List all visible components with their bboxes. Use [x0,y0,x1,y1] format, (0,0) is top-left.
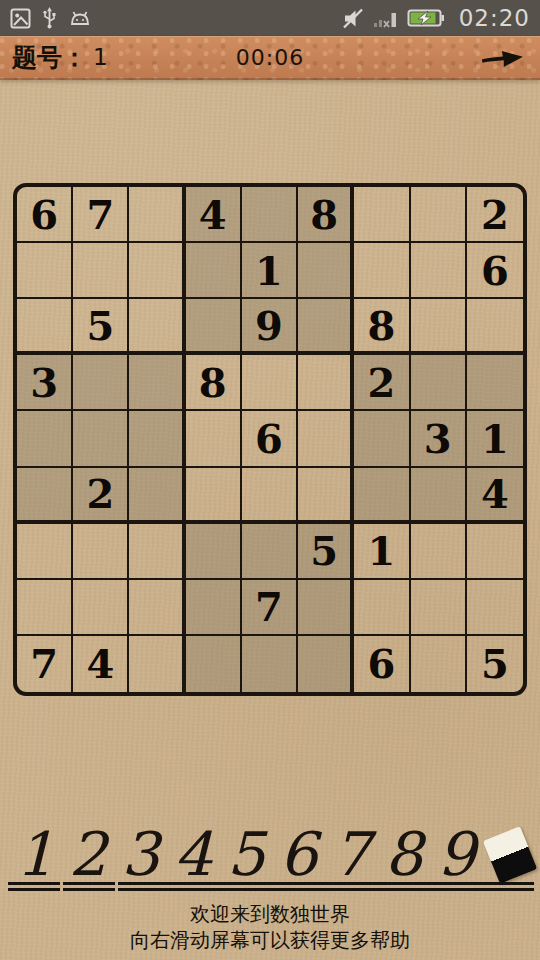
sudoku-cell-r6c3[interactable] [129,468,185,524]
sudoku-cell-r9c6[interactable] [298,636,354,692]
sudoku-cell-r8c2[interactable] [73,580,129,636]
puzzle-number-value: 1 [93,44,108,70]
sudoku-cell-r2c3[interactable] [129,243,185,299]
sudoku-cell-r1c1[interactable]: 6 [17,187,73,243]
sudoku-cell-r9c7[interactable]: 6 [354,636,410,692]
status-clock: 02:20 [459,5,530,31]
keypad-underline [8,882,534,891]
digit-key-4[interactable]: 4 [174,827,212,882]
sudoku-cell-r4c8[interactable] [411,355,467,411]
sudoku-cell-r1c7[interactable] [354,187,410,243]
sudoku-cell-r1c8[interactable] [411,187,467,243]
sudoku-cell-r9c8[interactable] [411,636,467,692]
eraser-icon[interactable] [483,826,537,884]
sudoku-cell-r3c1[interactable] [17,299,73,355]
sudoku-cell-r3c4[interactable] [186,299,242,355]
sudoku-cell-r1c5[interactable] [242,187,298,243]
title-bar: 题号： 1 00:06 [0,36,540,80]
sudoku-cell-r1c2[interactable]: 7 [73,187,129,243]
sudoku-cell-r7c8[interactable] [411,524,467,580]
mute-icon [342,8,365,29]
sudoku-cell-r7c1[interactable] [17,524,73,580]
sudoku-cell-r7c3[interactable] [129,524,185,580]
sudoku-cell-r9c1[interactable]: 7 [17,636,73,692]
sudoku-cell-r6c5[interactable] [242,468,298,524]
sudoku-cell-r3c3[interactable] [129,299,185,355]
usb-icon [43,7,56,29]
sudoku-app-screen: 02:20 题号： 1 00:06 6748216598382631245177… [0,0,540,960]
digit-key-2[interactable]: 2 [69,827,107,882]
sudoku-cell-r5c4[interactable] [186,411,242,467]
no-signal-icon [373,8,399,29]
sudoku-cell-r2c7[interactable] [354,243,410,299]
sudoku-cell-r5c2[interactable] [73,411,129,467]
sudoku-cell-r7c7[interactable]: 1 [354,524,410,580]
help-text: 欢迎来到数独世界 向右滑动屏幕可以获得更多帮助 [0,901,540,953]
sudoku-cell-r3c6[interactable] [298,299,354,355]
sudoku-cell-r9c5[interactable] [242,636,298,692]
sudoku-cell-r7c9[interactable] [467,524,523,580]
digit-key-9[interactable]: 9 [437,827,475,882]
digit-key-5[interactable]: 5 [227,827,265,882]
sudoku-cell-r5c8[interactable]: 3 [411,411,467,467]
sudoku-cell-r6c7[interactable] [354,468,410,524]
sudoku-cell-r2c2[interactable] [73,243,129,299]
sudoku-cell-r7c2[interactable] [73,524,129,580]
sudoku-cell-r5c1[interactable] [17,411,73,467]
screenshot-icon [10,8,31,29]
android-status-bar: 02:20 [0,0,540,36]
sudoku-cell-r2c5[interactable]: 1 [242,243,298,299]
sudoku-cell-r8c3[interactable] [129,580,185,636]
sudoku-cell-r5c7[interactable] [354,411,410,467]
sudoku-cell-r6c1[interactable] [17,468,73,524]
next-arrow-icon[interactable] [478,45,526,71]
sudoku-cell-r8c1[interactable] [17,580,73,636]
sudoku-cell-r3c7[interactable]: 8 [354,299,410,355]
sudoku-cell-r3c2[interactable]: 5 [73,299,129,355]
sudoku-cell-r4c6[interactable] [298,355,354,411]
digit-key-6[interactable]: 6 [279,827,317,882]
sudoku-cell-r4c3[interactable] [129,355,185,411]
sudoku-cell-r8c5[interactable]: 7 [242,580,298,636]
sudoku-cell-r8c4[interactable] [186,580,242,636]
sudoku-cell-r5c9[interactable]: 1 [467,411,523,467]
digit-keypad: 123456789 [16,810,530,882]
sudoku-cell-r9c3[interactable] [129,636,185,692]
sudoku-board: 6748216598382631245177465 [13,183,527,696]
sudoku-cell-r8c8[interactable] [411,580,467,636]
sudoku-cell-r5c3[interactable] [129,411,185,467]
status-icons-right: 02:20 [342,5,530,31]
sudoku-cell-r3c8[interactable] [411,299,467,355]
digit-key-1[interactable]: 1 [16,827,54,882]
sudoku-cell-r4c9[interactable] [467,355,523,411]
sudoku-cell-r1c6[interactable]: 8 [298,187,354,243]
sudoku-cell-r8c7[interactable] [354,580,410,636]
sudoku-cell-r4c1[interactable]: 3 [17,355,73,411]
sudoku-cell-r3c9[interactable] [467,299,523,355]
sudoku-cell-r6c2[interactable]: 2 [73,468,129,524]
sudoku-cell-r2c6[interactable] [298,243,354,299]
android-icon [68,9,92,27]
puzzle-number-label: 题号： [12,41,87,74]
sudoku-cell-r4c2[interactable] [73,355,129,411]
sudoku-cell-r6c6[interactable] [298,468,354,524]
help-line-2: 向右滑动屏幕可以获得更多帮助 [0,927,540,953]
sudoku-cell-r1c4[interactable]: 4 [186,187,242,243]
battery-charging-icon [407,8,445,28]
sudoku-cell-r2c4[interactable] [186,243,242,299]
help-line-1: 欢迎来到数独世界 [0,901,540,927]
sudoku-cell-r1c9[interactable]: 2 [467,187,523,243]
sudoku-cell-r4c7[interactable]: 2 [354,355,410,411]
digit-key-8[interactable]: 8 [385,827,423,882]
sudoku-cell-r9c2[interactable]: 4 [73,636,129,692]
status-icons-left [10,7,92,29]
sudoku-cell-r9c4[interactable] [186,636,242,692]
sudoku-cell-r8c6[interactable] [298,580,354,636]
sudoku-cell-r7c5[interactable] [242,524,298,580]
sudoku-cell-r6c8[interactable] [411,468,467,524]
sudoku-cell-r4c4[interactable]: 8 [186,355,242,411]
sudoku-cell-r3c5[interactable]: 9 [242,299,298,355]
sudoku-cell-r6c4[interactable] [186,468,242,524]
sudoku-cell-r1c3[interactable] [129,187,185,243]
sudoku-cell-r7c4[interactable] [186,524,242,580]
sudoku-cell-r4c5[interactable] [242,355,298,411]
sudoku-cell-r5c5[interactable]: 6 [242,411,298,467]
digit-key-7[interactable]: 7 [332,827,370,882]
sudoku-cell-r2c8[interactable] [411,243,467,299]
sudoku-cell-r2c9[interactable]: 6 [467,243,523,299]
sudoku-cell-r2c1[interactable] [17,243,73,299]
sudoku-cell-r7c6[interactable]: 5 [298,524,354,580]
sudoku-cell-r5c6[interactable] [298,411,354,467]
sudoku-cell-r6c9[interactable]: 4 [467,468,523,524]
digit-key-3[interactable]: 3 [121,827,159,882]
sudoku-cell-r8c9[interactable] [467,580,523,636]
sudoku-cell-r9c9[interactable]: 5 [467,636,523,692]
